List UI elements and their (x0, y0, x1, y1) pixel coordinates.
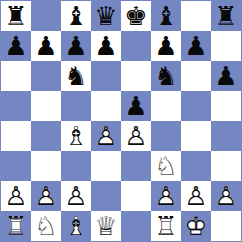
square-e7[interactable] (121, 31, 151, 61)
black-queen-glyph: ♛ (91, 1, 121, 31)
square-c3[interactable] (61, 151, 91, 181)
white-pawn-outline: ♙ (181, 181, 211, 211)
square-a3[interactable] (1, 151, 31, 181)
black-pawn-glyph: ♟ (61, 31, 91, 61)
square-c6[interactable]: ♞ (61, 61, 91, 91)
black-king-glyph: ♚ (121, 1, 151, 31)
square-h1[interactable] (211, 211, 241, 241)
white-queen-outline: ♕ (91, 211, 121, 241)
square-g1[interactable]: ♚♔ (181, 211, 211, 241)
square-c7[interactable]: ♟ (61, 31, 91, 61)
square-b8[interactable] (31, 1, 61, 31)
square-a6[interactable] (1, 61, 31, 91)
black-pawn-glyph: ♟ (211, 61, 241, 91)
black-pawn-piece[interactable]: ♟ (151, 31, 181, 61)
black-bishop-piece[interactable]: ♝ (151, 1, 181, 31)
square-e8[interactable]: ♚ (121, 1, 151, 31)
square-g3[interactable] (181, 151, 211, 181)
square-a5[interactable] (1, 91, 31, 121)
black-pawn-glyph: ♟ (91, 31, 121, 61)
square-h5[interactable] (211, 91, 241, 121)
square-b4[interactable] (31, 121, 61, 151)
black-pawn-piece[interactable]: ♟ (91, 31, 121, 61)
square-d8[interactable]: ♛ (91, 1, 121, 31)
black-knight-glyph: ♞ (151, 61, 181, 91)
white-rook-outline: ♖ (1, 211, 31, 241)
black-pawn-glyph: ♟ (121, 91, 151, 121)
white-pawn-outline: ♙ (91, 121, 121, 151)
square-c2[interactable]: ♟♙ (61, 181, 91, 211)
square-g6[interactable] (181, 61, 211, 91)
square-e6[interactable] (121, 61, 151, 91)
black-bishop-piece[interactable]: ♝ (61, 1, 91, 31)
square-f4[interactable] (151, 121, 181, 151)
white-pawn-piece[interactable]: ♟♙ (211, 181, 241, 211)
square-b7[interactable]: ♟ (31, 31, 61, 61)
white-knight-piece[interactable]: ♞♘ (151, 151, 181, 181)
white-knight-piece[interactable]: ♞♘ (31, 211, 61, 241)
square-e2[interactable] (121, 181, 151, 211)
white-rook-outline: ♖ (151, 211, 181, 241)
square-d5[interactable] (91, 91, 121, 121)
white-rook-piece[interactable]: ♜♖ (1, 211, 31, 241)
square-h3[interactable] (211, 151, 241, 181)
square-c1[interactable]: ♝♗ (61, 211, 91, 241)
black-pawn-glyph: ♟ (151, 31, 181, 61)
chess-board: ♜♝♛♚♝♜♟♟♟♟♟♟♞♞♟♟♝♗♟♙♟♙♞♘♟♙♟♙♟♙♟♙♟♙♟♙♜♖♞♘… (0, 0, 242, 242)
square-e5[interactable]: ♟ (121, 91, 151, 121)
square-g8[interactable] (181, 1, 211, 31)
square-c4[interactable]: ♝♗ (61, 121, 91, 151)
square-f6[interactable]: ♞ (151, 61, 181, 91)
square-b1[interactable]: ♞♘ (31, 211, 61, 241)
white-king-piece[interactable]: ♚♔ (181, 211, 211, 241)
square-f5[interactable] (151, 91, 181, 121)
square-h6[interactable]: ♟ (211, 61, 241, 91)
square-b5[interactable] (31, 91, 61, 121)
white-pawn-outline: ♙ (31, 181, 61, 211)
white-pawn-outline: ♙ (61, 181, 91, 211)
square-a1[interactable]: ♜♖ (1, 211, 31, 241)
white-bishop-outline: ♗ (61, 121, 91, 151)
black-bishop-glyph: ♝ (151, 1, 181, 31)
square-c5[interactable] (61, 91, 91, 121)
square-a4[interactable] (1, 121, 31, 151)
white-king-outline: ♔ (181, 211, 211, 241)
square-f8[interactable]: ♝ (151, 1, 181, 31)
white-pawn-outline: ♙ (151, 181, 181, 211)
square-e4[interactable]: ♟♙ (121, 121, 151, 151)
white-queen-piece[interactable]: ♛♕ (91, 211, 121, 241)
square-g2[interactable]: ♟♙ (181, 181, 211, 211)
square-d1[interactable]: ♛♕ (91, 211, 121, 241)
white-pawn-piece[interactable]: ♟♙ (181, 181, 211, 211)
black-queen-piece[interactable]: ♛ (91, 1, 121, 31)
square-f3[interactable]: ♞♘ (151, 151, 181, 181)
square-b3[interactable] (31, 151, 61, 181)
white-pawn-piece[interactable]: ♟♙ (91, 121, 121, 151)
square-f7[interactable]: ♟ (151, 31, 181, 61)
black-pawn-piece[interactable]: ♟ (61, 31, 91, 61)
white-bishop-piece[interactable]: ♝♗ (61, 121, 91, 151)
black-knight-glyph: ♞ (61, 61, 91, 91)
black-knight-piece[interactable]: ♞ (151, 61, 181, 91)
square-a8[interactable]: ♜ (1, 1, 31, 31)
square-g5[interactable] (181, 91, 211, 121)
white-pawn-piece[interactable]: ♟♙ (151, 181, 181, 211)
square-h2[interactable]: ♟♙ (211, 181, 241, 211)
white-bishop-outline: ♗ (61, 211, 91, 241)
black-pawn-glyph: ♟ (181, 31, 211, 61)
square-b6[interactable] (31, 61, 61, 91)
black-king-piece[interactable]: ♚ (121, 1, 151, 31)
square-a2[interactable]: ♟♙ (1, 181, 31, 211)
black-pawn-glyph: ♟ (1, 31, 31, 61)
black-pawn-piece[interactable]: ♟ (181, 31, 211, 61)
square-f1[interactable]: ♜♖ (151, 211, 181, 241)
square-c8[interactable]: ♝ (61, 1, 91, 31)
square-h8[interactable]: ♜ (211, 1, 241, 31)
white-pawn-outline: ♙ (121, 121, 151, 151)
black-knight-piece[interactable]: ♞ (61, 61, 91, 91)
square-d2[interactable] (91, 181, 121, 211)
square-d6[interactable] (91, 61, 121, 91)
square-b2[interactable]: ♟♙ (31, 181, 61, 211)
square-d3[interactable] (91, 151, 121, 181)
square-f2[interactable]: ♟♙ (151, 181, 181, 211)
white-pawn-piece[interactable]: ♟♙ (1, 181, 31, 211)
square-d7[interactable]: ♟ (91, 31, 121, 61)
black-pawn-piece[interactable]: ♟ (31, 31, 61, 61)
black-bishop-glyph: ♝ (61, 1, 91, 31)
square-d4[interactable]: ♟♙ (91, 121, 121, 151)
white-knight-outline: ♘ (31, 211, 61, 241)
white-pawn-outline: ♙ (1, 181, 31, 211)
black-rook-glyph: ♜ (211, 1, 241, 31)
white-bishop-piece[interactable]: ♝♗ (61, 211, 91, 241)
square-h7[interactable] (211, 31, 241, 61)
white-knight-outline: ♘ (151, 151, 181, 181)
white-pawn-piece[interactable]: ♟♙ (31, 181, 61, 211)
black-rook-piece[interactable]: ♜ (211, 1, 241, 31)
black-pawn-piece[interactable]: ♟ (211, 61, 241, 91)
black-pawn-piece[interactable]: ♟ (121, 91, 151, 121)
white-pawn-outline: ♙ (211, 181, 241, 211)
square-e3[interactable] (121, 151, 151, 181)
black-pawn-piece[interactable]: ♟ (1, 31, 31, 61)
square-e1[interactable] (121, 211, 151, 241)
square-h4[interactable] (211, 121, 241, 151)
square-g4[interactable] (181, 121, 211, 151)
white-rook-piece[interactable]: ♜♖ (151, 211, 181, 241)
black-rook-glyph: ♜ (1, 1, 31, 31)
square-a7[interactable]: ♟ (1, 31, 31, 61)
black-pawn-glyph: ♟ (31, 31, 61, 61)
square-g7[interactable]: ♟ (181, 31, 211, 61)
black-rook-piece[interactable]: ♜ (1, 1, 31, 31)
white-pawn-piece[interactable]: ♟♙ (61, 181, 91, 211)
white-pawn-piece[interactable]: ♟♙ (121, 121, 151, 151)
